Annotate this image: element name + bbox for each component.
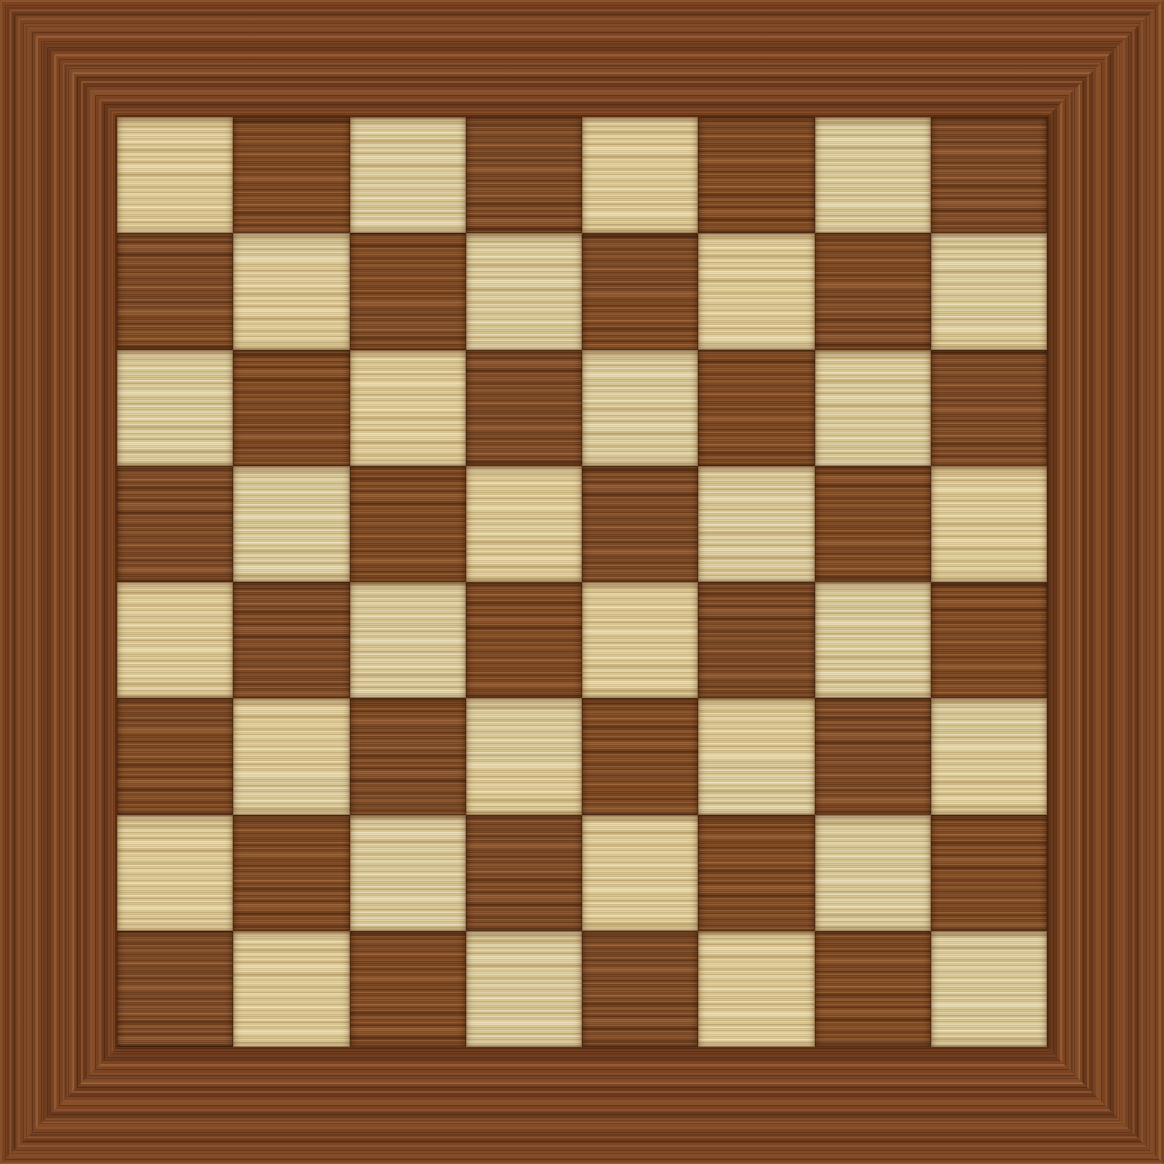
square-d7[interactable] xyxy=(466,233,582,349)
square-d4[interactable] xyxy=(466,582,582,698)
square-h4[interactable] xyxy=(931,582,1047,698)
square-e1[interactable] xyxy=(582,931,698,1047)
square-c8[interactable] xyxy=(350,117,466,233)
square-e4[interactable] xyxy=(582,582,698,698)
board-frame-bottom xyxy=(0,1047,1164,1164)
square-b5[interactable] xyxy=(233,466,349,582)
board-grid xyxy=(117,117,1047,1047)
square-a4[interactable] xyxy=(117,582,233,698)
square-b2[interactable] xyxy=(233,815,349,931)
square-g2[interactable] xyxy=(815,815,931,931)
square-d5[interactable] xyxy=(466,466,582,582)
square-h8[interactable] xyxy=(931,117,1047,233)
square-e2[interactable] xyxy=(582,815,698,931)
square-c5[interactable] xyxy=(350,466,466,582)
chessboard xyxy=(0,0,1164,1164)
square-f3[interactable] xyxy=(698,698,814,814)
square-h7[interactable] xyxy=(931,233,1047,349)
square-g5[interactable] xyxy=(815,466,931,582)
square-b8[interactable] xyxy=(233,117,349,233)
board-frame-top xyxy=(0,0,1164,117)
square-e6[interactable] xyxy=(582,350,698,466)
square-a7[interactable] xyxy=(117,233,233,349)
square-g4[interactable] xyxy=(815,582,931,698)
square-c6[interactable] xyxy=(350,350,466,466)
square-f8[interactable] xyxy=(698,117,814,233)
square-h2[interactable] xyxy=(931,815,1047,931)
square-e3[interactable] xyxy=(582,698,698,814)
square-h6[interactable] xyxy=(931,350,1047,466)
square-g1[interactable] xyxy=(815,931,931,1047)
square-a1[interactable] xyxy=(117,931,233,1047)
square-h5[interactable] xyxy=(931,466,1047,582)
square-f6[interactable] xyxy=(698,350,814,466)
square-e5[interactable] xyxy=(582,466,698,582)
square-c2[interactable] xyxy=(350,815,466,931)
square-a8[interactable] xyxy=(117,117,233,233)
square-a2[interactable] xyxy=(117,815,233,931)
square-f5[interactable] xyxy=(698,466,814,582)
square-a6[interactable] xyxy=(117,350,233,466)
square-g3[interactable] xyxy=(815,698,931,814)
square-g6[interactable] xyxy=(815,350,931,466)
square-b6[interactable] xyxy=(233,350,349,466)
square-d2[interactable] xyxy=(466,815,582,931)
square-e8[interactable] xyxy=(582,117,698,233)
board-frame-left xyxy=(0,0,117,1164)
square-d6[interactable] xyxy=(466,350,582,466)
square-b1[interactable] xyxy=(233,931,349,1047)
square-f2[interactable] xyxy=(698,815,814,931)
board-frame-right xyxy=(1047,0,1164,1164)
square-h3[interactable] xyxy=(931,698,1047,814)
square-a5[interactable] xyxy=(117,466,233,582)
square-g8[interactable] xyxy=(815,117,931,233)
square-d1[interactable] xyxy=(466,931,582,1047)
square-g7[interactable] xyxy=(815,233,931,349)
square-a3[interactable] xyxy=(117,698,233,814)
square-c4[interactable] xyxy=(350,582,466,698)
square-f7[interactable] xyxy=(698,233,814,349)
square-f4[interactable] xyxy=(698,582,814,698)
square-f1[interactable] xyxy=(698,931,814,1047)
square-c1[interactable] xyxy=(350,931,466,1047)
square-d3[interactable] xyxy=(466,698,582,814)
square-d8[interactable] xyxy=(466,117,582,233)
square-b7[interactable] xyxy=(233,233,349,349)
square-c7[interactable] xyxy=(350,233,466,349)
square-e7[interactable] xyxy=(582,233,698,349)
square-c3[interactable] xyxy=(350,698,466,814)
square-h1[interactable] xyxy=(931,931,1047,1047)
square-b3[interactable] xyxy=(233,698,349,814)
square-b4[interactable] xyxy=(233,582,349,698)
